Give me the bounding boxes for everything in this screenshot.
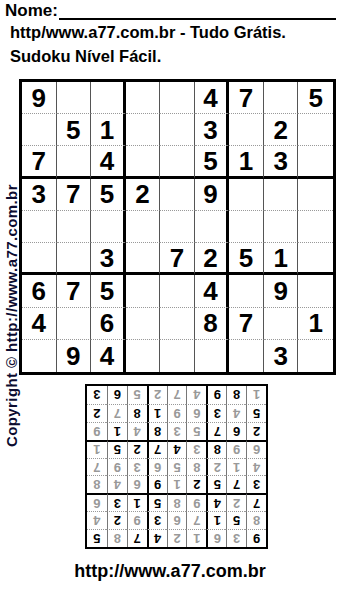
sudoku-cell-r9c6: 2 bbox=[147, 386, 167, 404]
sudoku-cell-r1c4: 1 bbox=[186, 529, 206, 547]
sudoku-cell-r7c6[interactable]: 4 bbox=[195, 275, 230, 307]
sudoku-cell-r2c6[interactable]: 3 bbox=[195, 114, 230, 146]
sudoku-cell-r6c4: 3 bbox=[186, 440, 206, 458]
sudoku-cell-r4c5[interactable] bbox=[160, 179, 195, 211]
sudoku-cell-r9c3: 9 bbox=[206, 386, 226, 404]
sudoku-cell-r1c8: 8 bbox=[107, 529, 127, 547]
sudoku-cell-r5c1[interactable] bbox=[22, 211, 57, 243]
sudoku-cell-r7c1[interactable]: 6 bbox=[22, 275, 57, 307]
sudoku-cell-r1c7: 7 bbox=[127, 529, 147, 547]
sudoku-cell-r8c7: 8 bbox=[127, 404, 147, 422]
sudoku-cell-r5c3: 2 bbox=[206, 458, 226, 476]
sudoku-cell-r9c5[interactable] bbox=[160, 340, 195, 372]
sudoku-cell-r1c5: 2 bbox=[167, 529, 187, 547]
sudoku-cell-r8c9[interactable]: 1 bbox=[298, 308, 333, 340]
sudoku-cell-r3c2: 2 bbox=[226, 493, 246, 511]
sudoku-cell-r6c3[interactable]: 3 bbox=[91, 243, 126, 275]
sudoku-cell-r7c3: 7 bbox=[206, 422, 226, 440]
sudoku-cell-r1c3[interactable] bbox=[91, 82, 126, 114]
sudoku-cell-r3c3[interactable]: 4 bbox=[91, 146, 126, 178]
sudoku-cell-r7c9: 9 bbox=[87, 422, 107, 440]
sudoku-cell-r4c9: 8 bbox=[87, 475, 107, 493]
sudoku-cell-r6c1[interactable] bbox=[22, 243, 57, 275]
site-title: http/www.a77.com.br - Tudo Grátis. bbox=[10, 23, 286, 42]
sudoku-cell-r1c1: 9 bbox=[246, 529, 266, 547]
name-label: Nome: bbox=[5, 2, 58, 20]
sudoku-cell-r2c9: 4 bbox=[87, 511, 107, 529]
sudoku-cell-r2c2: 5 bbox=[226, 511, 246, 529]
sudoku-cell-r3c4[interactable] bbox=[126, 146, 161, 178]
sudoku-cell-r9c6[interactable] bbox=[195, 340, 230, 372]
difficulty-title: Sudoku Nível Fácil. bbox=[10, 47, 161, 66]
sudoku-cell-r8c9: 2 bbox=[87, 404, 107, 422]
sudoku-cell-r8c5: 9 bbox=[167, 404, 187, 422]
sudoku-cell-r3c3: 4 bbox=[206, 493, 226, 511]
sudoku-cell-r2c1[interactable] bbox=[22, 114, 57, 146]
sudoku-cell-r2c7: 9 bbox=[127, 511, 147, 529]
sudoku-cell-r4c2[interactable]: 7 bbox=[57, 179, 92, 211]
sudoku-cell-r9c3[interactable]: 4 bbox=[91, 340, 126, 372]
sudoku-cell-r9c2: 8 bbox=[226, 386, 246, 404]
sudoku-cell-r2c4: 7 bbox=[186, 511, 206, 529]
sudoku-cell-r5c6[interactable] bbox=[195, 211, 230, 243]
sudoku-cell-r5c2[interactable] bbox=[57, 211, 92, 243]
sudoku-cell-r1c2: 3 bbox=[226, 529, 246, 547]
sudoku-cell-r3c7[interactable]: 1 bbox=[229, 146, 264, 178]
sudoku-cell-r6c5[interactable]: 7 bbox=[160, 243, 195, 275]
sudoku-cell-r2c8[interactable]: 2 bbox=[264, 114, 299, 146]
sudoku-cell-r1c8[interactable] bbox=[264, 82, 299, 114]
sudoku-cell-r5c8: 9 bbox=[107, 458, 127, 476]
name-underline[interactable] bbox=[59, 2, 336, 20]
sudoku-cell-r1c3: 6 bbox=[206, 529, 226, 547]
sudoku-cell-r5c3[interactable] bbox=[91, 211, 126, 243]
sudoku-cell-r9c1: 1 bbox=[246, 386, 266, 404]
sudoku-cell-r3c1[interactable]: 7 bbox=[22, 146, 57, 178]
sudoku-cell-r1c6[interactable]: 4 bbox=[195, 82, 230, 114]
sudoku-cell-r6c4[interactable] bbox=[126, 243, 161, 275]
sudoku-cell-r7c5[interactable] bbox=[160, 275, 195, 307]
sudoku-cell-r2c2[interactable]: 5 bbox=[57, 114, 92, 146]
sudoku-cell-r2c8: 2 bbox=[107, 511, 127, 529]
sudoku-cell-r3c8[interactable]: 3 bbox=[264, 146, 299, 178]
sudoku-cell-r9c9: 3 bbox=[87, 386, 107, 404]
sudoku-cell-r4c3[interactable]: 5 bbox=[91, 179, 126, 211]
sudoku-cell-r9c8: 6 bbox=[107, 386, 127, 404]
sudoku-cell-r7c9[interactable] bbox=[298, 275, 333, 307]
sudoku-cell-r1c2[interactable] bbox=[57, 82, 92, 114]
sudoku-cell-r6c3: 8 bbox=[206, 440, 226, 458]
sudoku-cell-r4c3: 5 bbox=[206, 475, 226, 493]
sudoku-cell-r3c9[interactable] bbox=[298, 146, 333, 178]
sudoku-cell-r9c9[interactable] bbox=[298, 340, 333, 372]
sudoku-cell-r6c8: 5 bbox=[107, 440, 127, 458]
sudoku-cell-r6c9[interactable] bbox=[298, 243, 333, 275]
sudoku-cell-r7c4[interactable] bbox=[126, 275, 161, 307]
sudoku-cell-r5c5[interactable] bbox=[160, 211, 195, 243]
sudoku-cell-r3c4: 9 bbox=[186, 493, 206, 511]
sudoku-cell-r6c6: 7 bbox=[147, 440, 167, 458]
sudoku-cell-r7c8: 1 bbox=[107, 422, 127, 440]
sudoku-cell-r4c4[interactable]: 2 bbox=[126, 179, 161, 211]
sudoku-cell-r4c7[interactable] bbox=[229, 179, 264, 211]
sudoku-cell-r8c4[interactable] bbox=[126, 308, 161, 340]
sudoku-cell-r3c9: 6 bbox=[87, 493, 107, 511]
sudoku-cell-r5c7[interactable] bbox=[229, 211, 264, 243]
sudoku-cell-r6c2[interactable] bbox=[57, 243, 92, 275]
sudoku-cell-r9c2[interactable]: 9 bbox=[57, 340, 92, 372]
sudoku-cell-r4c4: 2 bbox=[186, 475, 206, 493]
sudoku-cell-r5c5: 5 bbox=[167, 458, 187, 476]
sudoku-cell-r5c8[interactable] bbox=[264, 211, 299, 243]
sudoku-cell-r8c6: 1 bbox=[147, 404, 167, 422]
sudoku-cell-r8c1: 5 bbox=[246, 404, 266, 422]
sudoku-cell-r7c6: 8 bbox=[147, 422, 167, 440]
sudoku-cell-r6c2: 9 bbox=[226, 440, 246, 458]
sudoku-cell-r9c1[interactable] bbox=[22, 340, 57, 372]
sudoku-cell-r9c8[interactable]: 3 bbox=[264, 340, 299, 372]
sudoku-puzzle-grid[interactable]: 947551327451337529372516754946871943 bbox=[19, 79, 336, 375]
sudoku-cell-r8c4: 6 bbox=[186, 404, 206, 422]
sudoku-cell-r8c8: 7 bbox=[107, 404, 127, 422]
sudoku-cell-r1c6: 4 bbox=[147, 529, 167, 547]
sudoku-cell-r8c3[interactable]: 6 bbox=[91, 308, 126, 340]
sudoku-cell-r2c5: 6 bbox=[167, 511, 187, 529]
sudoku-cell-r3c6: 5 bbox=[147, 493, 167, 511]
sudoku-cell-r2c9[interactable] bbox=[298, 114, 333, 146]
sudoku-cell-r4c8[interactable] bbox=[264, 179, 299, 211]
sudoku-cell-r1c9[interactable]: 5 bbox=[298, 82, 333, 114]
sudoku-cell-r5c7: 3 bbox=[127, 458, 147, 476]
sudoku-cell-r3c1: 7 bbox=[246, 493, 266, 511]
sudoku-cell-r2c6: 3 bbox=[147, 511, 167, 529]
sudoku-cell-r4c2: 7 bbox=[226, 475, 246, 493]
sudoku-cell-r4c5: 1 bbox=[167, 475, 187, 493]
sudoku-cell-r8c6[interactable]: 8 bbox=[195, 308, 230, 340]
sudoku-solution-grid-upside-down: 9361247858517639247249851363752196484128… bbox=[85, 384, 268, 549]
sudoku-cell-r8c5[interactable] bbox=[160, 308, 195, 340]
sudoku-cell-r4c1: 3 bbox=[246, 475, 266, 493]
sudoku-cell-r9c5: 7 bbox=[167, 386, 187, 404]
sudoku-cell-r6c7: 2 bbox=[127, 440, 147, 458]
sudoku-cell-r7c3[interactable]: 5 bbox=[91, 275, 126, 307]
sudoku-cell-r5c1: 4 bbox=[246, 458, 266, 476]
sudoku-cell-r4c7: 6 bbox=[127, 475, 147, 493]
sudoku-cell-r9c7: 5 bbox=[127, 386, 147, 404]
sudoku-cell-r8c8[interactable] bbox=[264, 308, 299, 340]
sudoku-cell-r7c2: 6 bbox=[226, 422, 246, 440]
sudoku-cell-r5c4[interactable] bbox=[126, 211, 161, 243]
sudoku-cell-r3c7: 1 bbox=[127, 493, 147, 511]
sudoku-cell-r2c3[interactable]: 1 bbox=[91, 114, 126, 146]
sudoku-cell-r9c4[interactable] bbox=[126, 340, 161, 372]
sudoku-cell-r3c5[interactable] bbox=[160, 146, 195, 178]
sudoku-cell-r8c7[interactable]: 7 bbox=[229, 308, 264, 340]
sudoku-cell-r7c2[interactable]: 7 bbox=[57, 275, 92, 307]
sudoku-cell-r9c7[interactable] bbox=[229, 340, 264, 372]
sudoku-cell-r4c8: 4 bbox=[107, 475, 127, 493]
sudoku-cell-r5c9[interactable] bbox=[298, 211, 333, 243]
sudoku-cell-r7c7: 4 bbox=[127, 422, 147, 440]
sudoku-cell-r4c9[interactable] bbox=[298, 179, 333, 211]
sudoku-cell-r5c2: 1 bbox=[226, 458, 246, 476]
sudoku-cell-r2c3: 1 bbox=[206, 511, 226, 529]
sudoku-cell-r3c2[interactable] bbox=[57, 146, 92, 178]
sudoku-cell-r1c4[interactable] bbox=[126, 82, 161, 114]
sudoku-cell-r2c7[interactable] bbox=[229, 114, 264, 146]
sudoku-cell-r8c2[interactable] bbox=[57, 308, 92, 340]
sudoku-cell-r2c4[interactable] bbox=[126, 114, 161, 146]
sudoku-cell-r5c9: 7 bbox=[87, 458, 107, 476]
sudoku-cell-r1c9: 5 bbox=[87, 529, 107, 547]
sudoku-cell-r6c7[interactable]: 5 bbox=[229, 243, 264, 275]
sudoku-cell-r6c1: 6 bbox=[246, 440, 266, 458]
sudoku-cell-r2c5[interactable] bbox=[160, 114, 195, 146]
sudoku-cell-r8c2: 4 bbox=[226, 404, 246, 422]
sudoku-cell-r7c5: 3 bbox=[167, 422, 187, 440]
name-row: Nome: bbox=[5, 2, 336, 20]
sudoku-cell-r5c4: 8 bbox=[186, 458, 206, 476]
sudoku-cell-r6c5: 4 bbox=[167, 440, 187, 458]
sudoku-cell-r7c8[interactable]: 9 bbox=[264, 275, 299, 307]
sudoku-cell-r5c6: 6 bbox=[147, 458, 167, 476]
copyright-vertical-text: Copyright © http://www.a77.com.br bbox=[3, 95, 20, 447]
sudoku-cell-r8c1[interactable]: 4 bbox=[22, 308, 57, 340]
sudoku-cell-r3c5: 8 bbox=[167, 493, 187, 511]
sudoku-cell-r2c1: 8 bbox=[246, 511, 266, 529]
sudoku-cell-r9c4: 4 bbox=[186, 386, 206, 404]
sudoku-cell-r6c9: 1 bbox=[87, 440, 107, 458]
sudoku-cell-r1c5[interactable] bbox=[160, 82, 195, 114]
sudoku-cell-r3c6[interactable]: 5 bbox=[195, 146, 230, 178]
sudoku-cell-r8c3: 3 bbox=[206, 404, 226, 422]
sudoku-cell-r3c8: 3 bbox=[107, 493, 127, 511]
sudoku-cell-r4c6[interactable]: 9 bbox=[195, 179, 230, 211]
sudoku-cell-r7c7[interactable] bbox=[229, 275, 264, 307]
sudoku-cell-r6c6[interactable]: 2 bbox=[195, 243, 230, 275]
sudoku-cell-r4c6: 9 bbox=[147, 475, 167, 493]
sudoku-cell-r7c4: 5 bbox=[186, 422, 206, 440]
sudoku-cell-r4c1[interactable]: 3 bbox=[22, 179, 57, 211]
footer-url: http://www.a77.com.br bbox=[0, 561, 340, 582]
sudoku-cell-r7c1: 2 bbox=[246, 422, 266, 440]
sudoku-cell-r1c1[interactable]: 9 bbox=[22, 82, 57, 114]
sudoku-cell-r1c7[interactable]: 7 bbox=[229, 82, 264, 114]
sudoku-cell-r6c8[interactable]: 1 bbox=[264, 243, 299, 275]
